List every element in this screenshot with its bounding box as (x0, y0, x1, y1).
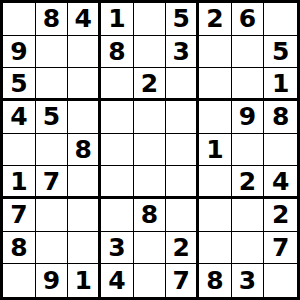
sudoku-cell-r1c8-clue[interactable]: 6 (232, 3, 265, 36)
sudoku-cell-r2c8[interactable] (232, 36, 265, 69)
sudoku-cell-r8c7[interactable] (199, 232, 232, 265)
sudoku-cell-r1c3-clue[interactable]: 4 (68, 3, 101, 36)
sudoku-cell-r1c4-clue[interactable]: 1 (101, 3, 134, 36)
sudoku-cell-r4c3[interactable] (68, 101, 101, 134)
sudoku-cell-r6c9-clue[interactable]: 4 (264, 166, 297, 199)
sudoku-cell-r3c4[interactable] (101, 68, 134, 101)
sudoku-cell-r5c6[interactable] (166, 134, 199, 167)
sudoku-cell-r3c6[interactable] (166, 68, 199, 101)
sudoku-cell-r7c6[interactable] (166, 199, 199, 232)
sudoku-cell-r4c6[interactable] (166, 101, 199, 134)
sudoku-cell-r1c2-clue[interactable]: 8 (36, 3, 69, 36)
sudoku-cell-r4c5[interactable] (134, 101, 167, 134)
sudoku-cell-r1c7-clue[interactable]: 2 (199, 3, 232, 36)
sudoku-cell-r9c6-clue[interactable]: 7 (166, 264, 199, 297)
sudoku-cell-r8c5[interactable] (134, 232, 167, 265)
sudoku-cell-r9c1[interactable] (3, 264, 36, 297)
sudoku-cell-r8c2[interactable] (36, 232, 69, 265)
sudoku-cell-r9c9[interactable] (264, 264, 297, 297)
sudoku-cell-r1c6-clue[interactable]: 5 (166, 3, 199, 36)
sudoku-cell-r3c9-clue[interactable]: 1 (264, 68, 297, 101)
sudoku-cell-r3c1-clue[interactable]: 5 (3, 68, 36, 101)
sudoku-cell-r9c3-clue[interactable]: 1 (68, 264, 101, 297)
sudoku-cell-r6c2-clue[interactable]: 7 (36, 166, 69, 199)
sudoku-cell-r9c8-clue[interactable]: 3 (232, 264, 265, 297)
sudoku-cell-r6c7[interactable] (199, 166, 232, 199)
sudoku-cell-r4c4[interactable] (101, 101, 134, 134)
sudoku-cell-r7c9-clue[interactable]: 2 (264, 199, 297, 232)
sudoku-cell-r4c9-clue[interactable]: 8 (264, 101, 297, 134)
sudoku-cell-r3c5-clue[interactable]: 2 (134, 68, 167, 101)
sudoku-cell-r2c2[interactable] (36, 36, 69, 69)
sudoku-cell-r2c1-clue[interactable]: 9 (3, 36, 36, 69)
sudoku-cell-r2c6-clue[interactable]: 3 (166, 36, 199, 69)
sudoku-cell-r6c8-clue[interactable]: 2 (232, 166, 265, 199)
sudoku-cell-r2c7[interactable] (199, 36, 232, 69)
sudoku-cell-r9c5[interactable] (134, 264, 167, 297)
sudoku-cell-r4c2-clue[interactable]: 5 (36, 101, 69, 134)
sudoku-cell-r7c1-clue[interactable]: 7 (3, 199, 36, 232)
sudoku-cell-r7c7[interactable] (199, 199, 232, 232)
sudoku-cell-r2c4-clue[interactable]: 8 (101, 36, 134, 69)
sudoku-cell-r7c5-clue[interactable]: 8 (134, 199, 167, 232)
sudoku-cell-r3c2[interactable] (36, 68, 69, 101)
sudoku-cell-r6c5[interactable] (134, 166, 167, 199)
sudoku-cell-r7c2[interactable] (36, 199, 69, 232)
sudoku-cell-r5c7-clue[interactable]: 1 (199, 134, 232, 167)
sudoku-cell-r8c4-clue[interactable]: 3 (101, 232, 134, 265)
sudoku-cell-r6c1-clue[interactable]: 1 (3, 166, 36, 199)
sudoku-cell-r2c9-clue[interactable]: 5 (264, 36, 297, 69)
sudoku-cell-r8c9-clue[interactable]: 7 (264, 232, 297, 265)
sudoku-cell-r7c4[interactable] (101, 199, 134, 232)
sudoku-board: 841526983552145988117247828327914783 (0, 0, 300, 300)
sudoku-cell-r7c8[interactable] (232, 199, 265, 232)
sudoku-cell-r5c9[interactable] (264, 134, 297, 167)
sudoku-cell-r2c5[interactable] (134, 36, 167, 69)
sudoku-cell-r5c5[interactable] (134, 134, 167, 167)
sudoku-cell-r9c7-clue[interactable]: 8 (199, 264, 232, 297)
sudoku-cell-r4c8-clue[interactable]: 9 (232, 101, 265, 134)
sudoku-cell-r4c7[interactable] (199, 101, 232, 134)
sudoku-cell-r3c3[interactable] (68, 68, 101, 101)
sudoku-cell-r4c1-clue[interactable]: 4 (3, 101, 36, 134)
sudoku-cell-r8c1-clue[interactable]: 8 (3, 232, 36, 265)
sudoku-cell-r6c6[interactable] (166, 166, 199, 199)
sudoku-cell-r1c1[interactable] (3, 3, 36, 36)
sudoku-cell-r3c7[interactable] (199, 68, 232, 101)
sudoku-cell-r1c5[interactable] (134, 3, 167, 36)
sudoku-cell-r6c4[interactable] (101, 166, 134, 199)
sudoku-cell-r5c4[interactable] (101, 134, 134, 167)
sudoku-cell-r2c3[interactable] (68, 36, 101, 69)
sudoku-cell-r5c2[interactable] (36, 134, 69, 167)
sudoku-cell-r9c2-clue[interactable]: 9 (36, 264, 69, 297)
sudoku-cell-r8c6-clue[interactable]: 2 (166, 232, 199, 265)
sudoku-cell-r9c4-clue[interactable]: 4 (101, 264, 134, 297)
sudoku-cell-r3c8[interactable] (232, 68, 265, 101)
sudoku-cell-r6c3[interactable] (68, 166, 101, 199)
sudoku-cell-r5c1[interactable] (3, 134, 36, 167)
sudoku-cell-r1c9[interactable] (264, 3, 297, 36)
sudoku-cell-r5c8[interactable] (232, 134, 265, 167)
sudoku-cell-r8c3[interactable] (68, 232, 101, 265)
sudoku-cell-r7c3[interactable] (68, 199, 101, 232)
sudoku-cell-r8c8[interactable] (232, 232, 265, 265)
sudoku-page: 841526983552145988117247828327914783 (0, 0, 300, 300)
sudoku-cell-r5c3-clue[interactable]: 8 (68, 134, 101, 167)
